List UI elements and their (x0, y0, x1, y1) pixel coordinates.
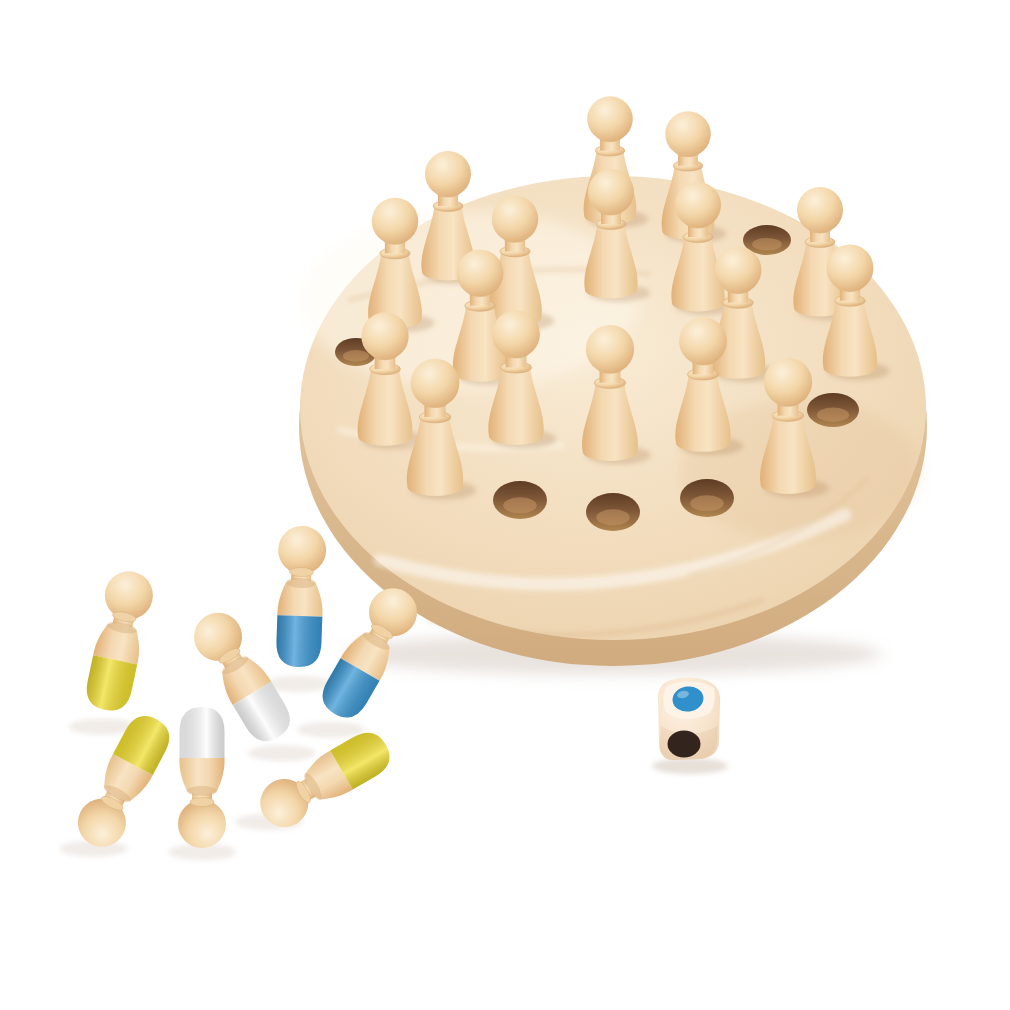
loose-peg-yellow[interactable] (81, 567, 157, 715)
board-hole-inner-wall (752, 238, 782, 251)
peg-neck-ring (190, 798, 214, 807)
board-hole-inner-wall (690, 495, 723, 511)
peg-head (411, 359, 460, 408)
board-hole-inner-wall (817, 408, 849, 422)
peg-tip-shading (276, 615, 323, 668)
die-front-dot-black (668, 731, 701, 758)
peg-head (425, 151, 471, 197)
loose-peg-blue[interactable] (274, 525, 327, 668)
loose-peg-shadow (297, 722, 365, 738)
peg-head (457, 250, 504, 297)
loose-peg-yellow[interactable] (252, 724, 398, 836)
peg-head (827, 245, 874, 292)
board-hole-inner-wall (596, 509, 629, 525)
die-layer (652, 677, 728, 774)
peg-head (372, 198, 418, 244)
peg-head (588, 169, 634, 215)
peg-head (492, 310, 540, 358)
peg-head (492, 196, 538, 242)
peg-tip-shading (180, 707, 225, 758)
product-photo (0, 0, 1010, 1010)
peg-head (587, 96, 633, 142)
peg-head (361, 312, 408, 359)
peg-head (797, 187, 843, 233)
peg-head (764, 358, 812, 406)
peg-head (679, 317, 727, 365)
loose-peg-shadow (248, 745, 316, 761)
loose-peg-white[interactable] (178, 707, 226, 848)
board-hole-inner-wall (343, 350, 369, 362)
peg-head (665, 111, 711, 157)
peg-collar (187, 786, 217, 796)
peg-tip-shading (83, 655, 138, 714)
die-shadow (652, 758, 728, 774)
peg-head (178, 800, 226, 848)
board-hole-inner-wall (503, 497, 536, 513)
memory-chess-scene (0, 0, 1010, 1010)
color-die[interactable] (658, 677, 720, 760)
peg-head (715, 247, 762, 294)
peg-head (675, 182, 721, 228)
peg-head (586, 325, 634, 373)
